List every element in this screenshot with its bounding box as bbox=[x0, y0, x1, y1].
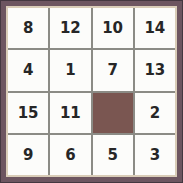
tile-13[interactable]: 13 bbox=[135, 50, 175, 90]
tile-3[interactable]: 3 bbox=[135, 135, 175, 175]
tile-1[interactable]: 1 bbox=[50, 50, 90, 90]
tile-11[interactable]: 11 bbox=[50, 93, 90, 133]
tile-2[interactable]: 2 bbox=[135, 93, 175, 133]
tile-6[interactable]: 6 bbox=[50, 135, 90, 175]
puzzle-grid: 812101441713151129653 bbox=[6, 6, 177, 177]
tile-7[interactable]: 7 bbox=[93, 50, 133, 90]
tile-12[interactable]: 12 bbox=[50, 8, 90, 48]
tile-5[interactable]: 5 bbox=[93, 135, 133, 175]
tile-15[interactable]: 15 bbox=[8, 93, 48, 133]
puzzle-board: 812101441713151129653 bbox=[0, 0, 183, 183]
tile-10[interactable]: 10 bbox=[93, 8, 133, 48]
tile-4[interactable]: 4 bbox=[8, 50, 48, 90]
tile-14[interactable]: 14 bbox=[135, 8, 175, 48]
tile-9[interactable]: 9 bbox=[8, 135, 48, 175]
tile-8[interactable]: 8 bbox=[8, 8, 48, 48]
blank-cell bbox=[93, 93, 133, 133]
